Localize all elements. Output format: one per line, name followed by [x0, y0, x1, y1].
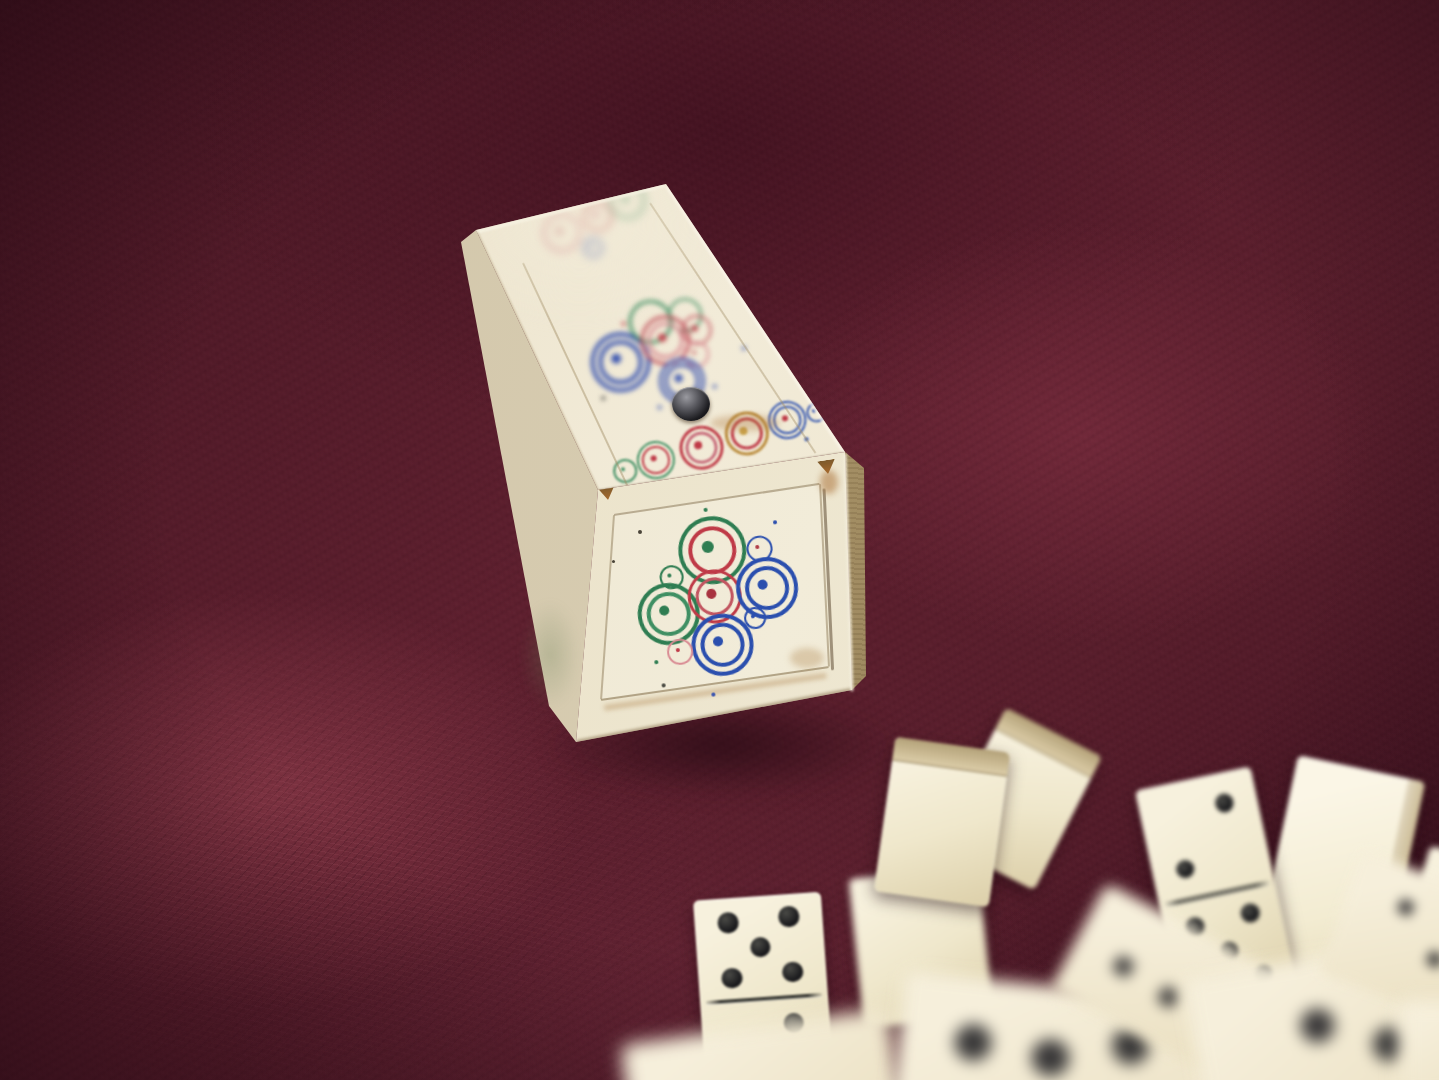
blurred-domino-pip — [1424, 949, 1439, 970]
blurred-domino-pip — [1110, 953, 1137, 980]
blurred-domino-pip — [1030, 1037, 1071, 1078]
photo-scene — [0, 0, 1439, 1080]
blurred-domino-pip — [953, 1022, 994, 1063]
out-of-focus-foreground-tiles — [0, 0, 1439, 1080]
blurred-domino-shape — [1400, 1000, 1439, 1080]
blurred-domino-shape — [620, 1008, 905, 1080]
blurred-domino-pip — [1298, 1006, 1337, 1045]
blurred-domino-pip — [1155, 984, 1182, 1011]
blurred-domino-pip — [1395, 897, 1416, 918]
